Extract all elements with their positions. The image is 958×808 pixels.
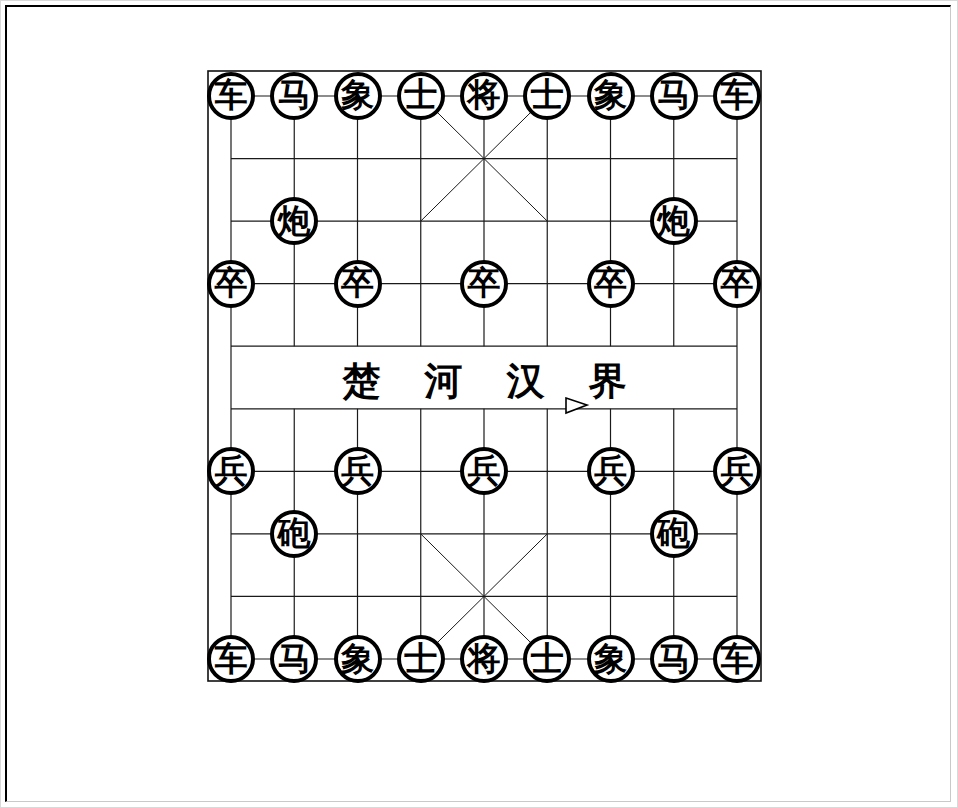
piece-glyph: 兵	[721, 454, 754, 487]
piece-glyph: 兵	[215, 454, 248, 487]
piece-bottom-horse[interactable]: 马	[650, 635, 698, 683]
piece-glyph: 象	[594, 78, 627, 111]
piece-glyph: 炮	[278, 204, 311, 237]
piece-glyph: 将	[468, 642, 501, 675]
piece-top-soldier[interactable]: 卒	[713, 260, 761, 308]
piece-bottom-soldier[interactable]: 兵	[587, 447, 635, 495]
piece-bottom-elephant[interactable]: 象	[587, 635, 635, 683]
piece-glyph: 卒	[341, 266, 374, 299]
piece-bottom-chariot[interactable]: 车	[713, 635, 761, 683]
piece-bottom-soldier[interactable]: 兵	[207, 447, 255, 495]
piece-top-cannon[interactable]: 炮	[270, 197, 318, 245]
piece-glyph: 士	[531, 642, 564, 675]
piece-glyph: 车	[215, 78, 248, 111]
piece-top-advisor[interactable]: 士	[523, 72, 571, 120]
piece-bottom-elephant[interactable]: 象	[334, 635, 382, 683]
piece-glyph: 士	[531, 78, 564, 111]
piece-glyph: 砲	[278, 516, 311, 549]
piece-glyph: 马	[657, 78, 690, 111]
piece-bottom-cannon[interactable]: 砲	[270, 510, 318, 558]
piece-glyph: 兵	[594, 454, 627, 487]
piece-bottom-general[interactable]: 将	[460, 635, 508, 683]
piece-glyph: 卒	[215, 266, 248, 299]
piece-top-horse[interactable]: 马	[650, 72, 698, 120]
piece-bottom-chariot[interactable]: 车	[207, 635, 255, 683]
piece-glyph: 卒	[594, 266, 627, 299]
piece-top-soldier[interactable]: 卒	[587, 260, 635, 308]
piece-glyph: 车	[721, 78, 754, 111]
piece-bottom-soldier[interactable]: 兵	[334, 447, 382, 495]
piece-glyph: 马	[657, 642, 690, 675]
piece-glyph: 砲	[657, 516, 690, 549]
piece-glyph: 象	[594, 642, 627, 675]
piece-bottom-soldier[interactable]: 兵	[460, 447, 508, 495]
piece-glyph: 兵	[341, 454, 374, 487]
piece-bottom-advisor[interactable]: 士	[397, 635, 445, 683]
piece-bottom-advisor[interactable]: 士	[523, 635, 571, 683]
mouse-cursor-icon	[564, 396, 590, 422]
piece-top-advisor[interactable]: 士	[397, 72, 445, 120]
river-char-jie: 界	[589, 356, 627, 407]
piece-glyph: 炮	[657, 204, 690, 237]
piece-top-horse[interactable]: 马	[270, 72, 318, 120]
piece-bottom-cannon[interactable]: 砲	[650, 510, 698, 558]
piece-glyph: 士	[404, 642, 437, 675]
river-char-han: 汉	[507, 356, 545, 407]
river-char-chu: 楚	[343, 356, 381, 407]
piece-glyph: 士	[404, 78, 437, 111]
piece-glyph: 象	[341, 78, 374, 111]
piece-glyph: 将	[468, 78, 501, 111]
river-char-he: 河	[425, 356, 463, 407]
piece-top-chariot[interactable]: 车	[207, 72, 255, 120]
piece-glyph: 马	[278, 78, 311, 111]
piece-top-chariot[interactable]: 车	[713, 72, 761, 120]
piece-top-elephant[interactable]: 象	[587, 72, 635, 120]
piece-top-general[interactable]: 将	[460, 72, 508, 120]
piece-top-soldier[interactable]: 卒	[207, 260, 255, 308]
app-window: 楚 河 汉 界 车马象士将士象马车炮炮卒卒卒卒卒兵兵兵兵兵砲砲车马象士将士象马车	[0, 0, 958, 808]
piece-glyph: 卒	[468, 266, 501, 299]
piece-glyph: 车	[721, 642, 754, 675]
piece-glyph: 卒	[721, 266, 754, 299]
river-label: 楚 河 汉 界	[208, 357, 761, 405]
piece-top-cannon[interactable]: 炮	[650, 197, 698, 245]
piece-top-soldier[interactable]: 卒	[334, 260, 382, 308]
piece-top-soldier[interactable]: 卒	[460, 260, 508, 308]
piece-glyph: 马	[278, 642, 311, 675]
piece-top-elephant[interactable]: 象	[334, 72, 382, 120]
piece-bottom-soldier[interactable]: 兵	[713, 447, 761, 495]
piece-glyph: 象	[341, 642, 374, 675]
piece-glyph: 兵	[468, 454, 501, 487]
piece-glyph: 车	[215, 642, 248, 675]
piece-bottom-horse[interactable]: 马	[270, 635, 318, 683]
